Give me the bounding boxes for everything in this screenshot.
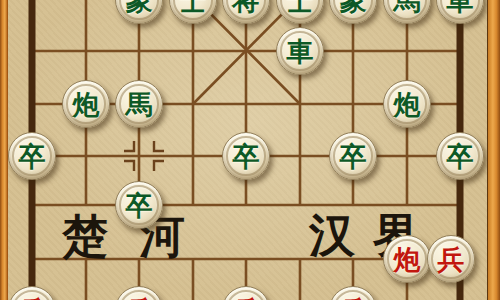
piece-label: 車 xyxy=(447,0,474,14)
piece-black-elephant[interactable]: 象 xyxy=(329,0,377,24)
piece-label: 士 xyxy=(180,0,207,14)
piece-red-soldier[interactable]: 兵 xyxy=(115,286,163,300)
piece-black-advisor[interactable]: 士 xyxy=(276,0,324,24)
piece-black-chariot[interactable]: 車 xyxy=(276,27,324,75)
piece-black-cannon[interactable]: 炮 xyxy=(383,80,431,128)
piece-label: 卒 xyxy=(19,143,46,170)
piece-label: 士 xyxy=(287,0,314,14)
piece-black-horse[interactable]: 馬 xyxy=(383,0,431,24)
xiangqi-screenshot: 楚 河 汉 界 象士将士象馬車車炮馬炮卒卒卒卒卒炮兵兵兵兵兵 xyxy=(0,0,500,300)
piece-label: 兵 xyxy=(126,297,153,300)
piece-label: 象 xyxy=(126,0,153,14)
piece-label: 炮 xyxy=(73,91,100,118)
piece-red-soldier[interactable]: 兵 xyxy=(222,286,270,300)
piece-label: 兵 xyxy=(438,246,465,273)
piece-label: 炮 xyxy=(394,246,421,273)
piece-label: 卒 xyxy=(340,143,367,170)
piece-label: 馬 xyxy=(126,91,153,118)
piece-red-soldier[interactable]: 兵 xyxy=(329,286,377,300)
piece-label: 兵 xyxy=(233,297,260,300)
piece-label: 炮 xyxy=(394,91,421,118)
pieces-layer: 象士将士象馬車車炮馬炮卒卒卒卒卒炮兵兵兵兵兵 xyxy=(8,0,488,300)
piece-red-soldier[interactable]: 兵 xyxy=(8,286,56,300)
piece-black-soldier[interactable]: 卒 xyxy=(329,132,377,180)
piece-black-soldier[interactable]: 卒 xyxy=(8,132,56,180)
piece-label: 車 xyxy=(287,38,314,65)
piece-black-advisor[interactable]: 士 xyxy=(169,0,217,24)
piece-label: 卒 xyxy=(126,192,153,219)
piece-black-chariot[interactable]: 車 xyxy=(436,0,484,24)
piece-black-soldier[interactable]: 卒 xyxy=(115,181,163,229)
piece-red-cannon[interactable]: 炮 xyxy=(383,235,431,283)
piece-label: 馬 xyxy=(394,0,421,14)
piece-label: 卒 xyxy=(447,143,474,170)
xiangqi-board[interactable]: 楚 河 汉 界 象士将士象馬車車炮馬炮卒卒卒卒卒炮兵兵兵兵兵 xyxy=(8,0,488,300)
piece-label: 兵 xyxy=(19,297,46,300)
piece-black-soldier[interactable]: 卒 xyxy=(222,132,270,180)
piece-black-cannon[interactable]: 炮 xyxy=(62,80,110,128)
piece-black-horse[interactable]: 馬 xyxy=(115,80,163,128)
piece-black-soldier[interactable]: 卒 xyxy=(436,132,484,180)
piece-label: 卒 xyxy=(233,143,260,170)
piece-label: 兵 xyxy=(340,297,367,300)
piece-label: 象 xyxy=(340,0,367,14)
piece-label: 将 xyxy=(233,0,260,14)
piece-black-elephant[interactable]: 象 xyxy=(115,0,163,24)
piece-black-general[interactable]: 将 xyxy=(222,0,270,24)
piece-red-soldier[interactable]: 兵 xyxy=(427,235,475,283)
right-frame-edge xyxy=(487,0,500,300)
